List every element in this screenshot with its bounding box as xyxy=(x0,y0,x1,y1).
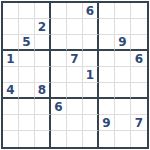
cell-r7c4-given: 6 xyxy=(51,99,67,115)
cell-r9c7[interactable] xyxy=(99,131,115,147)
cell-r8c7-given: 9 xyxy=(99,115,115,131)
cell-r5c5[interactable] xyxy=(67,67,83,83)
cell-r6c8[interactable] xyxy=(115,83,131,99)
cell-r8c2[interactable] xyxy=(19,115,35,131)
cell-r2c3-given: 2 xyxy=(35,19,51,35)
cell-r9c2[interactable] xyxy=(19,131,35,147)
cell-r4c9-given: 6 xyxy=(131,51,147,67)
cell-r9c8[interactable] xyxy=(115,131,131,147)
cell-r2c1[interactable] xyxy=(3,19,19,35)
cell-r9c4[interactable] xyxy=(51,131,67,147)
cell-r1c2[interactable] xyxy=(19,3,35,19)
cell-r5c2[interactable] xyxy=(19,67,35,83)
cell-r4c3[interactable] xyxy=(35,51,51,67)
cell-r6c5[interactable] xyxy=(67,83,83,99)
cell-r8c4[interactable] xyxy=(51,115,67,131)
cell-r2c9[interactable] xyxy=(131,19,147,35)
cell-r7c5[interactable] xyxy=(67,99,83,115)
cell-r8c9-given: 7 xyxy=(131,115,147,131)
cell-r4c7[interactable] xyxy=(99,51,115,67)
cell-r2c2[interactable] xyxy=(19,19,35,35)
cell-r1c8[interactable] xyxy=(115,3,131,19)
cell-r9c3[interactable] xyxy=(35,131,51,147)
cell-r3c3[interactable] xyxy=(35,35,51,51)
cell-r3c1[interactable] xyxy=(3,35,19,51)
cell-r4c5-given: 7 xyxy=(67,51,83,67)
cell-r1c1[interactable] xyxy=(3,3,19,19)
cell-r3c9[interactable] xyxy=(131,35,147,51)
cell-r7c7[interactable] xyxy=(99,99,115,115)
cell-r9c9[interactable] xyxy=(131,131,147,147)
cell-r6c3-given: 8 xyxy=(35,83,51,99)
cell-r2c5[interactable] xyxy=(67,19,83,35)
cell-r5c7[interactable] xyxy=(99,67,115,83)
cell-r3c8-given: 9 xyxy=(115,35,131,51)
cell-r9c6[interactable] xyxy=(83,131,99,147)
cell-r7c8[interactable] xyxy=(115,99,131,115)
cell-r1c4[interactable] xyxy=(51,3,67,19)
cell-r8c3[interactable] xyxy=(35,115,51,131)
cell-r4c1-given: 1 xyxy=(3,51,19,67)
cell-r2c4[interactable] xyxy=(51,19,67,35)
cell-r8c8[interactable] xyxy=(115,115,131,131)
cell-r5c6-given: 1 xyxy=(83,67,99,83)
cell-r6c6[interactable] xyxy=(83,83,99,99)
cell-r3c7[interactable] xyxy=(99,35,115,51)
cell-r3c6[interactable] xyxy=(83,35,99,51)
cell-r7c6[interactable] xyxy=(83,99,99,115)
cell-r8c1[interactable] xyxy=(3,115,19,131)
cell-r3c4[interactable] xyxy=(51,35,67,51)
cell-r7c2[interactable] xyxy=(19,99,35,115)
cell-r1c7[interactable] xyxy=(99,3,115,19)
cell-r1c3[interactable] xyxy=(35,3,51,19)
cell-r6c7[interactable] xyxy=(99,83,115,99)
cell-r1c5[interactable] xyxy=(67,3,83,19)
cell-r8c6[interactable] xyxy=(83,115,99,131)
cell-r7c3[interactable] xyxy=(35,99,51,115)
cell-r3c5[interactable] xyxy=(67,35,83,51)
cell-r7c1[interactable] xyxy=(3,99,19,115)
cell-r2c7[interactable] xyxy=(99,19,115,35)
cell-r4c4[interactable] xyxy=(51,51,67,67)
cell-r8c5[interactable] xyxy=(67,115,83,131)
cell-r5c1[interactable] xyxy=(3,67,19,83)
cell-r1c6-given: 6 xyxy=(83,3,99,19)
cell-r3c2-given: 5 xyxy=(19,35,35,51)
cell-r4c2[interactable] xyxy=(19,51,35,67)
cell-r9c5[interactable] xyxy=(67,131,83,147)
cell-r6c2[interactable] xyxy=(19,83,35,99)
cell-r4c8[interactable] xyxy=(115,51,131,67)
cell-r5c9[interactable] xyxy=(131,67,147,83)
cell-r4c6[interactable] xyxy=(83,51,99,67)
cell-r5c8[interactable] xyxy=(115,67,131,83)
sudoku-board: 6259176148697 xyxy=(1,1,149,149)
sudoku-board-wrapper: 6259176148697 xyxy=(0,0,150,150)
cell-r7c9[interactable] xyxy=(131,99,147,115)
cell-r6c4[interactable] xyxy=(51,83,67,99)
cell-r5c3[interactable] xyxy=(35,67,51,83)
cell-r1c9[interactable] xyxy=(131,3,147,19)
cell-r6c9[interactable] xyxy=(131,83,147,99)
cell-r6c1-given: 4 xyxy=(3,83,19,99)
cell-r2c8[interactable] xyxy=(115,19,131,35)
cell-r9c1[interactable] xyxy=(3,131,19,147)
cell-r5c4[interactable] xyxy=(51,67,67,83)
cell-r2c6[interactable] xyxy=(83,19,99,35)
